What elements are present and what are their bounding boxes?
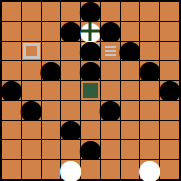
cell-r0c0[interactable] [2,2,21,21]
cell-r8c0[interactable] [2,160,21,179]
cell-r0c2[interactable] [42,2,61,21]
cell-r7c6[interactable] [121,140,140,159]
cell-r3c7[interactable]: ● [140,61,159,80]
cell-r6c4[interactable] [81,121,100,140]
cell-r4c0[interactable]: ● [2,81,21,100]
cell-r7c4[interactable]: ● [81,140,100,159]
silver-square-marker [23,43,40,60]
cell-r2c7[interactable] [140,42,159,61]
black-stone: ● [121,42,140,61]
cell-r4c8[interactable]: ● [160,81,179,100]
cell-r5c2[interactable] [42,101,61,120]
black-stone: ● [22,101,41,120]
white-king-stone: ● [81,22,100,41]
cell-r4c5[interactable] [101,81,120,100]
black-stone: ● [101,22,120,41]
cell-r8c1[interactable] [22,160,41,179]
cell-r4c1[interactable] [22,81,41,100]
cell-r6c5[interactable] [101,121,120,140]
cell-r3c2[interactable]: ● [42,61,61,80]
cell-r2c0[interactable] [2,42,21,61]
black-stone: ● [81,61,100,80]
black-stone: ● [140,61,159,80]
cell-r0c4[interactable]: ● [81,2,100,21]
cell-r7c1[interactable] [22,140,41,159]
black-stone: ● [42,61,61,80]
cell-r3c6[interactable] [121,61,140,80]
cell-r2c8[interactable] [160,42,179,61]
cell-r8c6[interactable] [121,160,140,179]
white-stone: ● [61,160,80,179]
cell-r2c2[interactable] [42,42,61,61]
cell-r4c2[interactable] [42,81,61,100]
black-stone: ● [61,121,80,140]
cell-r2c4[interactable]: ● [81,42,100,61]
cell-r4c7[interactable] [140,81,159,100]
green-cross-marker [81,30,100,33]
cell-r7c0[interactable] [2,140,21,159]
cell-r2c3[interactable] [61,42,80,61]
black-stone: ● [81,2,100,21]
three-lines-marker [101,42,120,61]
cell-r3c3[interactable] [61,61,80,80]
cell-r0c6[interactable] [121,2,140,21]
cell-r0c1[interactable] [22,2,41,21]
cell-r5c0[interactable] [2,101,21,120]
cell-r3c5[interactable] [101,61,120,80]
cell-r3c4[interactable]: ● [81,61,100,80]
cell-r6c2[interactable] [42,121,61,140]
cell-r8c2[interactable] [42,160,61,179]
cell-r1c4[interactable]: ● [81,22,100,41]
cell-r5c6[interactable] [121,101,140,120]
cell-r8c8[interactable] [160,160,179,179]
cell-r7c3[interactable] [61,140,80,159]
cell-r1c0[interactable] [2,22,21,41]
cell-r8c5[interactable] [101,160,120,179]
black-stone: ● [81,140,100,159]
game-board: ●●●●●●●●●●●●●●●●● [0,0,181,181]
cell-r1c6[interactable] [121,22,140,41]
cell-r6c0[interactable] [2,121,21,140]
black-stone: ● [101,101,120,120]
cell-r2c5[interactable] [101,42,120,61]
cell-r5c8[interactable] [160,101,179,120]
cell-r7c2[interactable] [42,140,61,159]
cell-r1c2[interactable] [42,22,61,41]
cell-r0c3[interactable] [61,2,80,21]
black-stone: ● [160,81,179,100]
cell-r4c6[interactable] [121,81,140,100]
cell-r5c5[interactable]: ● [101,101,120,120]
black-stone: ● [61,22,80,41]
cell-r8c7[interactable]: ● [140,160,159,179]
cell-r7c8[interactable] [160,140,179,159]
cell-r1c7[interactable] [140,22,159,41]
cell-r4c3[interactable] [61,81,80,100]
cell-r1c3[interactable]: ● [61,22,80,41]
cell-r6c8[interactable] [160,121,179,140]
cell-r5c4[interactable] [81,101,100,120]
cell-r8c4[interactable] [81,160,100,179]
cell-r0c5[interactable] [101,2,120,21]
cell-r3c8[interactable] [160,61,179,80]
cell-r7c7[interactable] [140,140,159,159]
cell-r8c3[interactable]: ● [61,160,80,179]
cell-r6c3[interactable]: ● [61,121,80,140]
green-square-marker [83,83,99,99]
green-cross-marker [89,22,92,41]
cell-r6c6[interactable] [121,121,140,140]
cell-r4c4[interactable] [81,81,100,100]
cell-r1c5[interactable]: ● [101,22,120,41]
cell-r1c8[interactable] [160,22,179,41]
cell-r5c7[interactable] [140,101,159,120]
black-stone-marked: ● [81,42,100,61]
cell-r0c7[interactable] [140,2,159,21]
cell-r7c5[interactable] [101,140,120,159]
cell-r2c6[interactable]: ● [121,42,140,61]
cell-r6c1[interactable] [22,121,41,140]
black-stone: ● [2,81,21,100]
cell-r1c1[interactable] [22,22,41,41]
cell-r6c7[interactable] [140,121,159,140]
white-stone: ● [140,160,159,179]
cell-r2c1[interactable] [22,42,41,61]
cell-r0c8[interactable] [160,2,179,21]
cell-r3c0[interactable] [2,61,21,80]
silver-square-marker [82,43,99,60]
cell-r3c1[interactable] [22,61,41,80]
cell-r5c1[interactable]: ● [22,101,41,120]
cell-r5c3[interactable] [61,101,80,120]
